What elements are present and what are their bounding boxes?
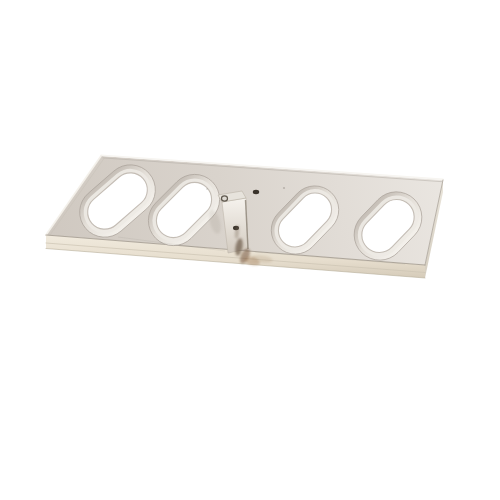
- bracket-top-hole: [222, 196, 228, 201]
- surface-speck: [206, 188, 208, 190]
- product-photo-svg: [0, 0, 500, 500]
- product-photo: [0, 0, 500, 500]
- plate-drilled-hole: [253, 190, 259, 194]
- surface-speck: [283, 187, 285, 189]
